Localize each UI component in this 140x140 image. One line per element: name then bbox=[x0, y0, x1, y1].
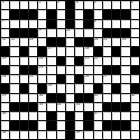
black-cell bbox=[66, 10, 74, 18]
grid-cell[interactable] bbox=[121, 57, 129, 65]
grid-cell[interactable] bbox=[20, 20, 28, 28]
grid-cell[interactable] bbox=[75, 84, 83, 92]
clue-number: 36 bbox=[2, 111, 6, 115]
grid-cell[interactable] bbox=[66, 66, 74, 74]
grid-cell[interactable] bbox=[131, 57, 139, 65]
grid-cell[interactable] bbox=[66, 57, 74, 65]
black-cell bbox=[47, 10, 55, 18]
black-cell bbox=[94, 84, 102, 92]
grid-cell[interactable] bbox=[112, 75, 120, 83]
grid-cell[interactable] bbox=[47, 57, 55, 65]
clue-number: 19 bbox=[2, 56, 6, 60]
grid-cell[interactable]: 38 bbox=[1, 131, 9, 139]
grid-cell[interactable] bbox=[75, 20, 83, 28]
black-cell bbox=[84, 94, 92, 102]
grid-cell[interactable] bbox=[121, 47, 129, 55]
grid-cell[interactable] bbox=[57, 131, 65, 139]
clue-number: 35 bbox=[76, 102, 80, 106]
grid-cell[interactable] bbox=[1, 10, 9, 18]
grid-cell[interactable] bbox=[103, 1, 111, 9]
clue-number: 26 bbox=[85, 74, 89, 78]
grid-cell[interactable] bbox=[84, 131, 92, 139]
grid-cell[interactable] bbox=[103, 94, 111, 102]
grid-cell[interactable] bbox=[10, 1, 18, 9]
black-cell bbox=[75, 57, 83, 65]
clue-number: 6 bbox=[131, 0, 133, 4]
grid-cell[interactable]: 32 bbox=[131, 94, 139, 102]
grid-cell[interactable] bbox=[121, 94, 129, 102]
grid-cell[interactable] bbox=[131, 103, 139, 111]
clue-number: 3 bbox=[57, 0, 59, 4]
clue-number: 33 bbox=[39, 102, 43, 106]
grid-cell[interactable] bbox=[75, 112, 83, 120]
grid-cell[interactable] bbox=[38, 131, 46, 139]
grid-cell[interactable] bbox=[121, 84, 129, 92]
grid-cell[interactable]: 33 bbox=[38, 103, 46, 111]
clue-number: 17 bbox=[48, 46, 52, 50]
black-cell bbox=[20, 84, 28, 92]
clue-number: 4 bbox=[76, 0, 78, 4]
grid-cell[interactable] bbox=[66, 38, 74, 46]
clue-number: 32 bbox=[131, 93, 135, 97]
black-cell bbox=[121, 10, 129, 18]
grid-cell[interactable] bbox=[57, 10, 65, 18]
grid-cell[interactable] bbox=[10, 94, 18, 102]
black-cell bbox=[131, 47, 139, 55]
grid-cell[interactable] bbox=[29, 94, 37, 102]
clue-number: 15 bbox=[103, 37, 107, 41]
black-cell bbox=[20, 10, 28, 18]
grid-cell[interactable]: 17 bbox=[47, 47, 55, 55]
grid-cell[interactable] bbox=[103, 47, 111, 55]
grid-cell[interactable] bbox=[121, 20, 129, 28]
grid-cell[interactable]: 26 bbox=[84, 75, 92, 83]
grid-cell[interactable] bbox=[47, 1, 55, 9]
grid-cell[interactable]: 12 bbox=[10, 38, 18, 46]
grid-cell[interactable]: 34 bbox=[57, 103, 65, 111]
black-cell bbox=[57, 38, 65, 46]
grid-cell[interactable] bbox=[29, 112, 37, 120]
black-cell bbox=[112, 10, 120, 18]
clue-number: 18 bbox=[85, 46, 89, 50]
black-cell bbox=[47, 38, 55, 46]
grid-cell[interactable] bbox=[10, 47, 18, 55]
grid-cell[interactable] bbox=[38, 121, 46, 129]
grid-cell[interactable]: 29 bbox=[1, 94, 9, 102]
clue-number: 23 bbox=[39, 65, 43, 69]
clue-number: 7 bbox=[2, 19, 4, 23]
black-cell bbox=[103, 66, 111, 74]
grid-cell[interactable] bbox=[47, 103, 55, 111]
grid-cell[interactable] bbox=[10, 20, 18, 28]
grid-cell[interactable]: 15 bbox=[103, 38, 111, 46]
clue-number: 28 bbox=[48, 83, 52, 87]
black-cell bbox=[84, 112, 92, 120]
grid-cell[interactable]: 35 bbox=[75, 103, 83, 111]
grid-cell[interactable] bbox=[103, 57, 111, 65]
grid-cell[interactable] bbox=[38, 38, 46, 46]
grid-cell[interactable] bbox=[1, 121, 9, 129]
grid-cell[interactable] bbox=[112, 1, 120, 9]
grid-cell[interactable] bbox=[29, 57, 37, 65]
clue-number: 24 bbox=[2, 74, 6, 78]
grid-cell[interactable] bbox=[84, 66, 92, 74]
black-cell bbox=[29, 66, 37, 74]
grid-cell[interactable] bbox=[10, 84, 18, 92]
grid-cell[interactable] bbox=[66, 84, 74, 92]
black-cell bbox=[29, 121, 37, 129]
black-cell bbox=[66, 1, 74, 9]
clue-number: 22 bbox=[94, 56, 98, 60]
grid-cell[interactable]: 23 bbox=[38, 66, 46, 74]
grid-cell[interactable]: 22 bbox=[94, 57, 102, 65]
black-cell bbox=[112, 103, 120, 111]
grid-cell[interactable] bbox=[131, 38, 139, 46]
black-cell bbox=[75, 75, 83, 83]
grid-cell[interactable] bbox=[20, 57, 28, 65]
clue-number: 8 bbox=[94, 19, 96, 23]
grid-cell[interactable] bbox=[103, 131, 111, 139]
black-cell bbox=[20, 103, 28, 111]
black-cell bbox=[121, 121, 129, 129]
grid-cell[interactable] bbox=[131, 10, 139, 18]
black-cell bbox=[57, 94, 65, 102]
grid-cell[interactable]: 21 bbox=[84, 57, 92, 65]
clue-number: 2 bbox=[39, 0, 41, 4]
grid-cell[interactable]: 24 bbox=[1, 75, 9, 83]
clue-number: 16 bbox=[122, 37, 126, 41]
grid-cell[interactable] bbox=[20, 75, 28, 83]
grid-cell[interactable]: 8 bbox=[94, 20, 102, 28]
clue-number: 13 bbox=[29, 37, 33, 41]
grid-cell[interactable]: 39 bbox=[75, 131, 83, 139]
black-cell bbox=[20, 66, 28, 74]
grid-cell[interactable] bbox=[66, 47, 74, 55]
black-cell bbox=[57, 75, 65, 83]
black-cell bbox=[47, 121, 55, 129]
grid-cell[interactable] bbox=[121, 1, 129, 9]
black-cell bbox=[131, 66, 139, 74]
grid-cell[interactable] bbox=[47, 131, 55, 139]
grid-cell[interactable] bbox=[121, 75, 129, 83]
black-cell bbox=[29, 29, 37, 37]
grid-cell[interactable] bbox=[131, 20, 139, 28]
clue-number: 10 bbox=[66, 28, 70, 32]
black-cell bbox=[47, 112, 55, 120]
black-cell bbox=[112, 121, 120, 129]
clue-number: 1 bbox=[2, 0, 4, 4]
grid-cell[interactable] bbox=[75, 121, 83, 129]
grid-cell[interactable] bbox=[112, 94, 120, 102]
black-cell bbox=[1, 84, 9, 92]
grid-cell[interactable] bbox=[20, 94, 28, 102]
grid-cell[interactable] bbox=[94, 66, 102, 74]
grid-cell[interactable] bbox=[29, 84, 37, 92]
grid-cell[interactable] bbox=[94, 29, 102, 37]
black-cell bbox=[84, 121, 92, 129]
grid-cell[interactable]: 31 bbox=[94, 94, 102, 102]
black-cell bbox=[29, 10, 37, 18]
clue-number: 14 bbox=[94, 37, 98, 41]
grid-cell[interactable]: 28 bbox=[47, 84, 55, 92]
grid-cell[interactable] bbox=[10, 57, 18, 65]
grid-cell[interactable] bbox=[57, 121, 65, 129]
black-cell bbox=[94, 47, 102, 55]
grid-cell[interactable] bbox=[38, 20, 46, 28]
black-cell bbox=[66, 121, 74, 129]
grid-cell[interactable] bbox=[57, 47, 65, 55]
clue-number: 30 bbox=[39, 93, 43, 97]
grid-cell[interactable]: 19 bbox=[1, 57, 9, 65]
grid-cell[interactable] bbox=[121, 131, 129, 139]
clue-number: 34 bbox=[57, 102, 61, 106]
black-cell bbox=[57, 57, 65, 65]
black-cell bbox=[20, 29, 28, 37]
grid-cell[interactable] bbox=[121, 112, 129, 120]
black-cell bbox=[75, 38, 83, 46]
clue-number: 11 bbox=[2, 37, 6, 41]
black-cell bbox=[20, 47, 28, 55]
grid-cell[interactable] bbox=[84, 103, 92, 111]
grid-cell[interactable] bbox=[10, 131, 18, 139]
grid-cell[interactable]: 13 bbox=[29, 38, 37, 46]
grid-cell[interactable] bbox=[38, 10, 46, 18]
grid-cell[interactable] bbox=[20, 112, 28, 120]
grid-cell[interactable] bbox=[75, 47, 83, 55]
grid-cell[interactable] bbox=[57, 66, 65, 74]
black-cell bbox=[103, 10, 111, 18]
grid-cell[interactable] bbox=[57, 20, 65, 28]
grid-cell[interactable] bbox=[29, 47, 37, 55]
grid-cell[interactable]: 1 bbox=[1, 1, 9, 9]
black-cell bbox=[121, 29, 129, 37]
grid-cell[interactable] bbox=[38, 112, 46, 120]
grid-cell[interactable]: 18 bbox=[84, 47, 92, 55]
black-cell bbox=[103, 121, 111, 129]
grid-cell[interactable]: 5 bbox=[94, 1, 102, 9]
black-cell bbox=[10, 29, 18, 37]
black-cell bbox=[121, 103, 129, 111]
grid-cell[interactable] bbox=[66, 103, 74, 111]
black-cell bbox=[75, 94, 83, 102]
grid-cell[interactable]: 14 bbox=[94, 38, 102, 46]
grid-cell[interactable] bbox=[47, 75, 55, 83]
clue-number: 38 bbox=[2, 130, 6, 134]
grid-cell[interactable] bbox=[112, 131, 120, 139]
grid-cell[interactable]: 9 bbox=[38, 29, 46, 37]
grid-cell[interactable]: 11 bbox=[1, 38, 9, 46]
grid-cell[interactable] bbox=[29, 20, 37, 28]
grid-cell[interactable]: 4 bbox=[75, 1, 83, 9]
grid-cell[interactable] bbox=[84, 29, 92, 37]
black-cell bbox=[112, 66, 120, 74]
grid-cell[interactable]: 7 bbox=[1, 20, 9, 28]
grid-cell[interactable] bbox=[103, 20, 111, 28]
grid-cell[interactable] bbox=[57, 112, 65, 120]
grid-cell[interactable] bbox=[10, 66, 18, 74]
black-cell bbox=[38, 84, 46, 92]
grid-cell[interactable] bbox=[66, 94, 74, 102]
grid-cell[interactable] bbox=[94, 131, 102, 139]
black-cell bbox=[103, 29, 111, 37]
clue-number: 39 bbox=[76, 130, 80, 134]
black-cell bbox=[103, 103, 111, 111]
black-cell bbox=[84, 20, 92, 28]
clue-number: 20 bbox=[39, 56, 43, 60]
clue-number: 21 bbox=[85, 56, 89, 60]
black-cell bbox=[66, 131, 74, 139]
clue-number: 9 bbox=[39, 28, 41, 32]
grid-cell[interactable] bbox=[20, 38, 28, 46]
grid-cell[interactable] bbox=[121, 66, 129, 74]
black-cell bbox=[66, 112, 74, 120]
crossword-grid: 1234567891011121314151617181920212223242… bbox=[0, 0, 140, 140]
grid-cell[interactable]: 10 bbox=[66, 29, 74, 37]
grid-cell[interactable] bbox=[94, 121, 102, 129]
grid-cell[interactable] bbox=[84, 84, 92, 92]
grid-cell[interactable] bbox=[47, 29, 55, 37]
grid-cell[interactable] bbox=[75, 10, 83, 18]
grid-cell[interactable] bbox=[47, 66, 55, 74]
grid-cell[interactable]: 20 bbox=[38, 57, 46, 65]
grid-cell[interactable]: 36 bbox=[1, 112, 9, 120]
black-cell bbox=[10, 103, 18, 111]
clue-number: 37 bbox=[94, 111, 98, 115]
grid-cell[interactable] bbox=[112, 20, 120, 28]
black-cell bbox=[112, 47, 120, 55]
clue-number: 31 bbox=[94, 93, 98, 97]
grid-cell[interactable] bbox=[38, 75, 46, 83]
black-cell bbox=[38, 47, 46, 55]
grid-cell[interactable] bbox=[103, 84, 111, 92]
grid-cell[interactable]: 25 bbox=[29, 75, 37, 83]
black-cell bbox=[112, 29, 120, 37]
black-cell bbox=[10, 10, 18, 18]
clue-number: 25 bbox=[29, 74, 33, 78]
grid-cell[interactable] bbox=[131, 112, 139, 120]
grid-cell[interactable] bbox=[94, 103, 102, 111]
grid-cell[interactable] bbox=[112, 112, 120, 120]
clue-number: 5 bbox=[94, 0, 96, 4]
black-cell bbox=[66, 20, 74, 28]
black-cell bbox=[112, 84, 120, 92]
black-cell bbox=[1, 66, 9, 74]
grid-cell[interactable] bbox=[20, 131, 28, 139]
grid-cell[interactable] bbox=[84, 1, 92, 9]
grid-cell[interactable]: 27 bbox=[103, 75, 111, 83]
grid-cell[interactable] bbox=[131, 131, 139, 139]
grid-cell[interactable] bbox=[10, 75, 18, 83]
black-cell bbox=[84, 38, 92, 46]
grid-cell[interactable]: 30 bbox=[38, 94, 46, 102]
grid-cell[interactable]: 16 bbox=[121, 38, 129, 46]
grid-cell[interactable]: 37 bbox=[94, 112, 102, 120]
black-cell bbox=[10, 121, 18, 129]
black-cell bbox=[84, 10, 92, 18]
black-cell bbox=[47, 94, 55, 102]
grid-cell[interactable] bbox=[57, 84, 65, 92]
clue-number: 12 bbox=[11, 37, 15, 41]
grid-cell[interactable] bbox=[10, 112, 18, 120]
grid-cell[interactable] bbox=[131, 75, 139, 83]
black-cell bbox=[131, 84, 139, 92]
grid-cell[interactable] bbox=[29, 1, 37, 9]
grid-cell[interactable] bbox=[57, 29, 65, 37]
grid-cell[interactable] bbox=[1, 103, 9, 111]
grid-cell[interactable] bbox=[112, 38, 120, 46]
grid-cell[interactable]: 3 bbox=[57, 1, 65, 9]
grid-cell[interactable] bbox=[131, 29, 139, 37]
black-cell bbox=[20, 121, 28, 129]
clue-number: 27 bbox=[103, 74, 107, 78]
grid-cell[interactable] bbox=[75, 66, 83, 74]
grid-cell[interactable] bbox=[75, 29, 83, 37]
grid-cell[interactable] bbox=[131, 121, 139, 129]
grid-cell[interactable]: 6 bbox=[131, 1, 139, 9]
grid-cell[interactable] bbox=[94, 10, 102, 18]
grid-cell[interactable] bbox=[20, 1, 28, 9]
black-cell bbox=[47, 20, 55, 28]
grid-cell[interactable] bbox=[112, 57, 120, 65]
black-cell bbox=[29, 103, 37, 111]
grid-cell[interactable] bbox=[29, 131, 37, 139]
grid-cell[interactable] bbox=[94, 75, 102, 83]
grid-cell[interactable] bbox=[1, 29, 9, 37]
clue-number: 29 bbox=[2, 93, 6, 97]
grid-cell[interactable] bbox=[103, 112, 111, 120]
grid-cell[interactable]: 2 bbox=[38, 1, 46, 9]
grid-cell[interactable] bbox=[66, 75, 74, 83]
black-cell bbox=[1, 47, 9, 55]
